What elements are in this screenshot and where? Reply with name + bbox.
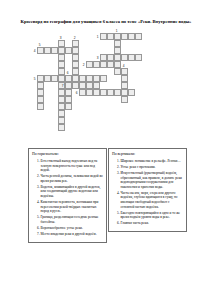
crossword-cell[interactable]: [51, 75, 58, 82]
crossword-cell[interactable]: [58, 124, 65, 131]
grid-gap: [37, 61, 44, 68]
grid-gap: [65, 110, 72, 117]
grid-gap: [44, 89, 51, 96]
crossword-cell[interactable]: 5: [37, 75, 44, 82]
grid-gap: [86, 96, 93, 103]
crossword-cell[interactable]: [72, 82, 79, 89]
grid-gap: [128, 103, 135, 110]
grid-gap: [128, 110, 135, 117]
grid-gap: [44, 33, 51, 40]
grid-gap: [37, 33, 44, 40]
grid-gap: [100, 68, 107, 75]
grid-gap: [65, 117, 72, 124]
crossword-cell[interactable]: [121, 82, 128, 89]
crossword-cell[interactable]: [37, 96, 44, 103]
grid-gap: [107, 68, 114, 75]
clue-item: Главная часть реки.: [121, 221, 184, 226]
grid-gap: [93, 117, 100, 124]
grid-gap: [51, 82, 58, 89]
grid-gap: [72, 124, 79, 131]
clue-item: Место впадения реки в другой водоём.: [41, 232, 104, 237]
grid-gap: [51, 124, 58, 131]
grid-gap: [107, 96, 114, 103]
crossword-cell[interactable]: [65, 103, 72, 110]
crossword-cell[interactable]: [58, 61, 65, 68]
crossword-cell[interactable]: [93, 75, 100, 82]
grid-gap: [121, 47, 128, 54]
crossword-cell[interactable]: 4: [121, 68, 128, 75]
grid-gap: [135, 117, 142, 124]
grid-gap: [114, 110, 121, 117]
grid-gap: [44, 82, 51, 89]
grid-gap: [51, 33, 58, 40]
grid-gap: [72, 117, 79, 124]
grid-gap: [79, 117, 86, 124]
clue-item: Широкое понижение в рельефе. Речная…: [121, 159, 184, 164]
crossword-cell[interactable]: 3: [100, 54, 107, 61]
grid-gap: [107, 110, 114, 117]
crossword-cell[interactable]: [121, 75, 128, 82]
grid-gap: [72, 110, 79, 117]
grid-gap: [37, 110, 44, 117]
clue-number: 3: [60, 37, 62, 40]
grid-gap: [86, 68, 93, 75]
crossword-cell[interactable]: [128, 54, 135, 61]
clue-item: Часть океана, моря, озера или другого во…: [121, 191, 184, 209]
grid-gap: [114, 103, 121, 110]
grid-gap: [93, 40, 100, 47]
grid-gap: [135, 82, 142, 89]
crossword-cell[interactable]: [58, 117, 65, 124]
clue-number: 4: [34, 50, 36, 53]
crossword-cell[interactable]: [72, 61, 79, 68]
grid-gap: [37, 117, 44, 124]
grid-gap: [114, 117, 121, 124]
grid-gap: [128, 47, 135, 54]
grid-gap: [135, 89, 142, 96]
crossword-cell[interactable]: [121, 54, 128, 61]
clue-number: 5: [39, 44, 41, 47]
across-heading: По горизонтали:: [32, 152, 103, 157]
grid-gap: [65, 54, 72, 61]
crossword-cell[interactable]: 7: [65, 82, 72, 89]
crossword-cell[interactable]: [121, 89, 128, 96]
crossword-cell[interactable]: [58, 68, 65, 75]
crossword-cell[interactable]: [114, 61, 121, 68]
crossword-cell[interactable]: 45: [37, 47, 44, 54]
grid-gap: [79, 68, 86, 75]
clue-item: Устье реки с протоками.: [121, 165, 184, 170]
grid-gap: [51, 54, 58, 61]
clue-number: 2: [83, 64, 85, 67]
crossword-cell[interactable]: [44, 47, 51, 54]
grid-gap: [79, 54, 86, 61]
grid-gap: [114, 96, 121, 103]
grid-gap: [135, 96, 142, 103]
grid-gap: [51, 96, 58, 103]
grid-gap: [128, 75, 135, 82]
across-clue-list: Естественный выход подземных вод на земн…: [32, 159, 103, 236]
grid-gap: [128, 117, 135, 124]
down-clue-list: Широкое понижение в рельефе. Речная…Усть…: [112, 159, 183, 226]
grid-gap: [65, 61, 72, 68]
crossword-cell[interactable]: [86, 89, 93, 96]
across-clues-box: По горизонтали: Естественный выход подзе…: [28, 148, 107, 243]
grid-gap: [114, 124, 121, 131]
grid-gap: [93, 68, 100, 75]
grid-gap: [44, 54, 51, 61]
grid-gap: [135, 40, 142, 47]
grid-gap: [100, 110, 107, 117]
grid-gap: [51, 40, 58, 47]
crossword-cell[interactable]: [121, 33, 128, 40]
crossword-cell[interactable]: [107, 33, 114, 40]
grid-gap: [121, 124, 128, 131]
grid-gap: [128, 82, 135, 89]
clue-number: 7: [62, 85, 64, 88]
crossword-cell[interactable]: [58, 110, 65, 117]
crossword-cell[interactable]: [58, 75, 65, 82]
grid-gap: [100, 40, 107, 47]
grid-gap: [114, 82, 121, 89]
clue-number: 5: [34, 78, 36, 81]
crossword-cell[interactable]: [44, 75, 51, 82]
grid-gap: [44, 68, 51, 75]
grid-gap: [107, 82, 114, 89]
grid-gap: [135, 68, 142, 75]
grid-gap: [51, 110, 58, 117]
grid-gap: [51, 103, 58, 110]
grid-gap: [65, 33, 72, 40]
grid-gap: [100, 117, 107, 124]
crossword-cell[interactable]: 6: [65, 75, 72, 82]
grid-gap: [128, 96, 135, 103]
crossword-cell[interactable]: [121, 96, 128, 103]
crossword-cell[interactable]: [100, 75, 107, 82]
grid-gap: [51, 89, 58, 96]
crossword-cell[interactable]: [100, 89, 107, 96]
clue-number: 3: [97, 57, 99, 60]
clue-number: 1: [97, 36, 99, 39]
crossword-cell[interactable]: [107, 89, 114, 96]
clue-item: Воронкообразное устье реки.: [41, 226, 104, 231]
grid-gap: [44, 40, 51, 47]
crossword-cell[interactable]: [37, 103, 44, 110]
crossword-cell[interactable]: [65, 89, 72, 96]
grid-gap: [128, 40, 135, 47]
crossword-cell[interactable]: [58, 103, 65, 110]
grid-gap: [135, 103, 142, 110]
grid-gap: [44, 96, 51, 103]
grid-gap: [65, 40, 72, 47]
grid-gap: [100, 103, 107, 110]
grid-gap: [51, 68, 58, 75]
crossword-cell[interactable]: [72, 54, 79, 61]
grid-gap: [86, 124, 93, 131]
grid-gap: [107, 40, 114, 47]
grid-gap: [121, 103, 128, 110]
crossword-cell[interactable]: 1: [114, 33, 121, 40]
grid-gap: [37, 124, 44, 131]
crossword-cell[interactable]: [114, 54, 121, 61]
grid-gap: [65, 124, 72, 131]
crossword-cell[interactable]: [58, 96, 65, 103]
grid-gap: [100, 124, 107, 131]
crossword-cell[interactable]: [86, 75, 93, 82]
crossword-cell[interactable]: [79, 75, 86, 82]
grid-gap: [86, 47, 93, 54]
crossword-cell[interactable]: [128, 89, 135, 96]
crossword-cell[interactable]: [65, 96, 72, 103]
grid-gap: [44, 110, 51, 117]
grid-gap: [107, 75, 114, 82]
grid-gap: [121, 110, 128, 117]
crossword-cell[interactable]: [72, 47, 79, 54]
crossword-cell[interactable]: [86, 82, 93, 89]
grid-gap: [44, 124, 51, 131]
crossword-cell[interactable]: [114, 68, 121, 75]
grid-gap: [107, 117, 114, 124]
crossword-cell[interactable]: 2: [72, 40, 79, 47]
grid-gap: [86, 40, 93, 47]
clue-item: Каменистая неровность, возникшая при пер…: [41, 200, 104, 214]
grid-gap: [93, 47, 100, 54]
grid-gap: [79, 103, 86, 110]
grid-gap: [37, 54, 44, 61]
grid-gap: [100, 96, 107, 103]
grid-gap: [128, 68, 135, 75]
grid-gap: [107, 103, 114, 110]
crossword-cell[interactable]: [51, 47, 58, 54]
grid-gap: [79, 47, 86, 54]
crossword-cell[interactable]: [72, 75, 79, 82]
grid-gap: [93, 103, 100, 110]
grid-gap: [86, 103, 93, 110]
grid-gap: [72, 103, 79, 110]
crossword-cell[interactable]: [135, 54, 142, 61]
crossword-cell[interactable]: 1: [100, 33, 107, 40]
crossword-cell[interactable]: [93, 61, 100, 68]
grid-gap: [51, 117, 58, 124]
clue-number: 1: [116, 30, 118, 33]
grid-gap: [86, 117, 93, 124]
grid-gap: [107, 124, 114, 131]
grid-gap: [86, 54, 93, 61]
grid-gap: [44, 61, 51, 68]
grid-gap: [51, 61, 58, 68]
crossword-cell[interactable]: [58, 54, 65, 61]
grid-gap: [79, 33, 86, 40]
crossword-cell[interactable]: [37, 82, 44, 89]
clue-number: 6: [76, 92, 78, 95]
grid-gap: [79, 124, 86, 131]
crossword-cell[interactable]: [114, 47, 121, 54]
down-clues-box: По вертикали: Широкое понижение в рельеф…: [108, 148, 187, 232]
grid-gap: [100, 82, 107, 89]
crossword-cell[interactable]: [128, 33, 135, 40]
grid-gap: [79, 40, 86, 47]
grid-gap: [135, 124, 142, 131]
grid-gap: [86, 33, 93, 40]
grid-gap: [37, 68, 44, 75]
clue-number: 2: [74, 37, 76, 40]
crossword-cell[interactable]: [65, 47, 72, 54]
crossword-grid: 1132453245676: [37, 33, 142, 131]
crossword-cell[interactable]: [93, 82, 100, 89]
clue-number: 4: [123, 65, 125, 68]
down-heading: По вертикали:: [112, 152, 183, 157]
clue-item: Ежегодно повторяющийся в одно и то же вр…: [121, 211, 184, 220]
crossword-cell[interactable]: 3: [58, 40, 65, 47]
grid-gap: [93, 96, 100, 103]
grid-gap: [135, 47, 142, 54]
clue-item: Искусственный (рукотворный) водоём, обра…: [121, 171, 184, 189]
grid-gap: [44, 117, 51, 124]
crossword-cell[interactable]: 6: [79, 89, 86, 96]
grid-gap: [86, 110, 93, 117]
crossword-cell[interactable]: 2: [86, 61, 93, 68]
crossword-cell[interactable]: [93, 89, 100, 96]
grid-gap: [135, 61, 142, 68]
grid-gap: [135, 75, 142, 82]
crossword-cell[interactable]: [58, 89, 65, 96]
grid-gap: [79, 110, 86, 117]
grid-gap: [93, 124, 100, 131]
clue-item: Водоток, вливающийся в другой водоток, и…: [41, 185, 104, 199]
grid-gap: [128, 61, 135, 68]
crossword-cell[interactable]: [114, 89, 121, 96]
clue-number: 6: [67, 72, 69, 75]
crossword-cell[interactable]: [100, 61, 107, 68]
clue-item: Часть речной долины, заливаемая водой во…: [41, 174, 104, 183]
crossword-cell[interactable]: [135, 33, 142, 40]
grid-gap: [107, 47, 114, 54]
grid-gap: [121, 117, 128, 124]
grid-gap: [128, 124, 135, 131]
crossword-cell[interactable]: [72, 68, 79, 75]
grid-gap: [135, 110, 142, 117]
crossword-cell[interactable]: [58, 47, 65, 54]
grid-gap: [44, 103, 51, 110]
clue-item: Граница, разделяющая соседние речные бас…: [41, 215, 104, 224]
crossword-cell[interactable]: [79, 82, 86, 89]
crossword-cell[interactable]: [107, 54, 114, 61]
grid-gap: [114, 75, 121, 82]
grid-gap: [79, 96, 86, 103]
page-title: Кроссворд по географии для учащихся 6 кл…: [6, 19, 206, 25]
grid-gap: [72, 96, 79, 103]
crossword-cell[interactable]: [37, 89, 44, 96]
crossword-cell[interactable]: [114, 40, 121, 47]
grid-gap: [121, 40, 128, 47]
clue-item: Естественный выход подземных вод на земн…: [41, 159, 104, 173]
crossword-cell[interactable]: [107, 61, 114, 68]
grid-gap: [93, 110, 100, 117]
grid-gap: [100, 47, 107, 54]
